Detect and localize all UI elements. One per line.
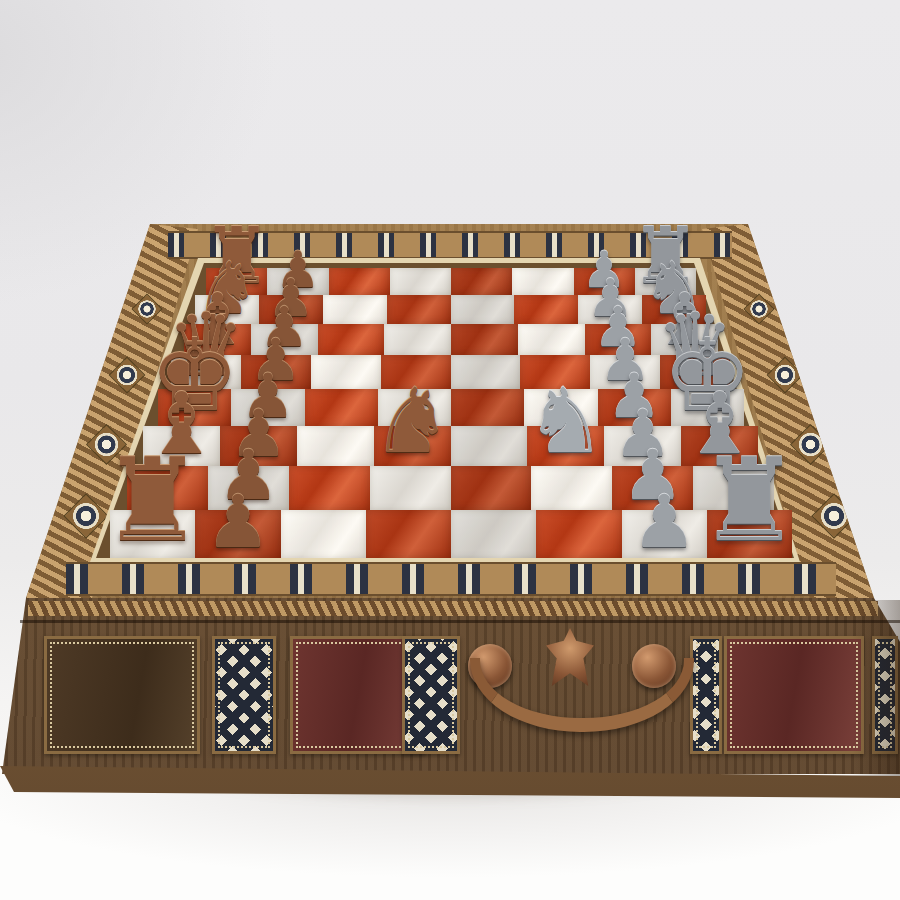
square-h5[interactable]	[366, 510, 451, 558]
square-h1[interactable]: ♜	[707, 510, 792, 558]
scene: ♜♟♟♜♞♟♟♞♝♟♟♝♛♟♟♛♚♟♟♚♝♟♞♞♟♝♟♟♜♟♟♜	[0, 0, 900, 900]
square-e4[interactable]	[451, 389, 524, 426]
square-b3[interactable]	[514, 295, 578, 324]
square-e6[interactable]	[305, 389, 378, 426]
square-b4[interactable]	[451, 295, 515, 324]
chess-board: ♜♟♟♜♞♟♟♞♝♟♟♝♛♟♟♛♚♟♟♚♝♟♞♞♟♝♟♟♜♟♟♜	[0, 0, 900, 900]
piece-copper-knight[interactable]: ♞	[372, 376, 453, 466]
piece-copper-pawn[interactable]: ♟	[205, 485, 270, 558]
square-h3[interactable]	[536, 510, 621, 558]
square-h8[interactable]: ♜	[110, 510, 195, 558]
square-d4[interactable]	[451, 355, 521, 389]
square-b6[interactable]	[323, 295, 387, 324]
piece-silver-pawn[interactable]: ♟	[631, 485, 696, 558]
square-g4[interactable]	[451, 466, 532, 510]
square-f6[interactable]	[297, 426, 374, 466]
square-f5[interactable]: ♞	[374, 426, 451, 466]
square-a5[interactable]	[390, 268, 451, 295]
piece-copper-rook[interactable]: ♜	[101, 443, 204, 558]
square-b5[interactable]	[387, 295, 451, 324]
square-c4[interactable]	[451, 324, 518, 355]
piece-silver-knight[interactable]: ♞	[525, 376, 606, 466]
square-d6[interactable]	[311, 355, 381, 389]
square-g3[interactable]	[531, 466, 612, 510]
square-a3[interactable]	[512, 268, 573, 295]
square-h4[interactable]	[451, 510, 536, 558]
square-h2[interactable]: ♟	[622, 510, 707, 558]
square-g6[interactable]	[289, 466, 370, 510]
piece-silver-rook[interactable]: ♜	[698, 443, 801, 558]
board-row: ♜♟♟♜	[110, 510, 792, 558]
square-h6[interactable]	[281, 510, 366, 558]
square-a6[interactable]	[329, 268, 390, 295]
square-f4[interactable]	[451, 426, 528, 466]
square-f3[interactable]: ♞	[527, 426, 604, 466]
square-c5[interactable]	[384, 324, 451, 355]
square-c6[interactable]	[318, 324, 385, 355]
square-c3[interactable]	[518, 324, 585, 355]
square-a4[interactable]	[451, 268, 512, 295]
square-h7[interactable]: ♟	[195, 510, 280, 558]
